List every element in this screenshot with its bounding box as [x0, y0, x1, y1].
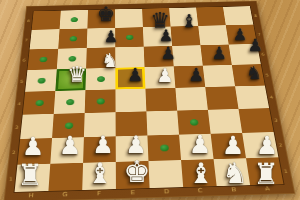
file-label-c: C [183, 185, 218, 197]
square-f7[interactable] [87, 28, 115, 48]
square-c1[interactable] [181, 159, 217, 187]
square-d2[interactable] [147, 135, 181, 161]
square-g8[interactable] [60, 10, 88, 29]
square-e1[interactable] [116, 161, 150, 189]
square-h4[interactable] [23, 91, 56, 115]
square-f1[interactable] [82, 162, 116, 190]
legal-move-dot-c3[interactable] [189, 119, 198, 126]
board-grid [15, 6, 284, 192]
square-b4[interactable] [205, 86, 238, 109]
square-d1[interactable] [148, 160, 183, 188]
square-g6[interactable] [57, 48, 87, 69]
legal-move-dot-g3[interactable] [64, 122, 73, 129]
square-g5[interactable] [55, 69, 86, 91]
square-h3[interactable] [20, 114, 54, 139]
file-label-h: H [13, 190, 48, 200]
square-a2[interactable] [242, 132, 278, 158]
file-label-e: E [116, 187, 150, 199]
square-e6[interactable] [115, 47, 144, 68]
square-a4[interactable] [235, 86, 269, 109]
square-f6[interactable] [86, 47, 115, 68]
square-f4[interactable] [85, 89, 116, 113]
square-b5[interactable] [203, 65, 235, 87]
square-e3[interactable] [116, 111, 148, 136]
square-b1[interactable] [214, 158, 251, 186]
square-c4[interactable] [175, 87, 207, 110]
square-e4[interactable] [115, 89, 146, 113]
file-label-g: G [48, 189, 83, 200]
square-h1[interactable] [15, 164, 51, 192]
legal-move-dot-h6[interactable] [39, 56, 47, 62]
square-d6[interactable] [144, 46, 174, 67]
legal-move-dot-f5[interactable] [97, 76, 105, 82]
square-e2[interactable] [116, 135, 149, 161]
square-a3[interactable] [239, 108, 274, 133]
legal-move-dot-g7[interactable] [69, 36, 77, 41]
legal-move-dot-g4[interactable] [66, 99, 74, 105]
square-b7[interactable] [198, 25, 229, 45]
square-g1[interactable] [48, 163, 83, 191]
square-h8[interactable] [32, 11, 61, 30]
square-f2[interactable] [83, 136, 116, 162]
square-a7[interactable] [226, 25, 257, 45]
square-h7[interactable] [30, 29, 60, 49]
square-d5[interactable] [145, 66, 176, 88]
file-label-d: D [150, 186, 184, 198]
file-label-b: B [217, 184, 252, 196]
square-g4[interactable] [54, 90, 86, 114]
square-b6[interactable] [200, 45, 231, 66]
square-c6[interactable] [172, 45, 203, 66]
square-a1[interactable] [246, 157, 283, 185]
legal-move-dot-d2[interactable] [160, 144, 169, 151]
file-label-a: A [250, 183, 285, 195]
legal-move-dot-h4[interactable] [35, 100, 44, 106]
square-c8[interactable] [169, 7, 198, 26]
square-c5[interactable] [174, 66, 206, 88]
square-b2[interactable] [211, 133, 246, 159]
square-d4[interactable] [145, 88, 177, 112]
file-label-f: F [82, 188, 116, 200]
legal-move-dot-f4[interactable] [96, 98, 104, 104]
square-d3[interactable] [146, 111, 179, 136]
square-h2[interactable] [17, 138, 52, 165]
square-h6[interactable] [27, 49, 58, 70]
legal-move-dot-h5[interactable] [37, 77, 45, 83]
square-e5[interactable] [115, 67, 145, 89]
square-g3[interactable] [52, 113, 85, 138]
square-b8[interactable] [196, 7, 226, 26]
square-b3[interactable] [208, 109, 242, 134]
chess-board-3d: HGFEDCBA 87654321 87654321 [3, 1, 295, 200]
square-e8[interactable] [115, 9, 143, 28]
square-f8[interactable] [87, 9, 115, 28]
square-f3[interactable] [84, 112, 116, 137]
square-c3[interactable] [177, 110, 210, 135]
legal-move-dot-g8[interactable] [70, 17, 78, 22]
square-d7[interactable] [143, 27, 172, 47]
square-g2[interactable] [50, 137, 84, 164]
square-f5[interactable] [85, 68, 115, 90]
square-c2[interactable] [179, 134, 214, 160]
square-a6[interactable] [229, 44, 261, 65]
square-a8[interactable] [223, 6, 253, 25]
square-h5[interactable] [25, 69, 57, 91]
square-c7[interactable] [171, 26, 201, 46]
square-d8[interactable] [142, 8, 170, 27]
square-a5[interactable] [232, 64, 265, 86]
legal-move-dot-e7[interactable] [125, 34, 133, 39]
square-g7[interactable] [58, 29, 87, 49]
chess-app-screen: HGFEDCBA 87654321 87654321 ♚♝♛♟♟♟♟♟♟♞♞♟♟… [0, 0, 300, 200]
legal-move-dot-g6[interactable] [68, 56, 76, 62]
square-e7[interactable] [115, 27, 144, 47]
